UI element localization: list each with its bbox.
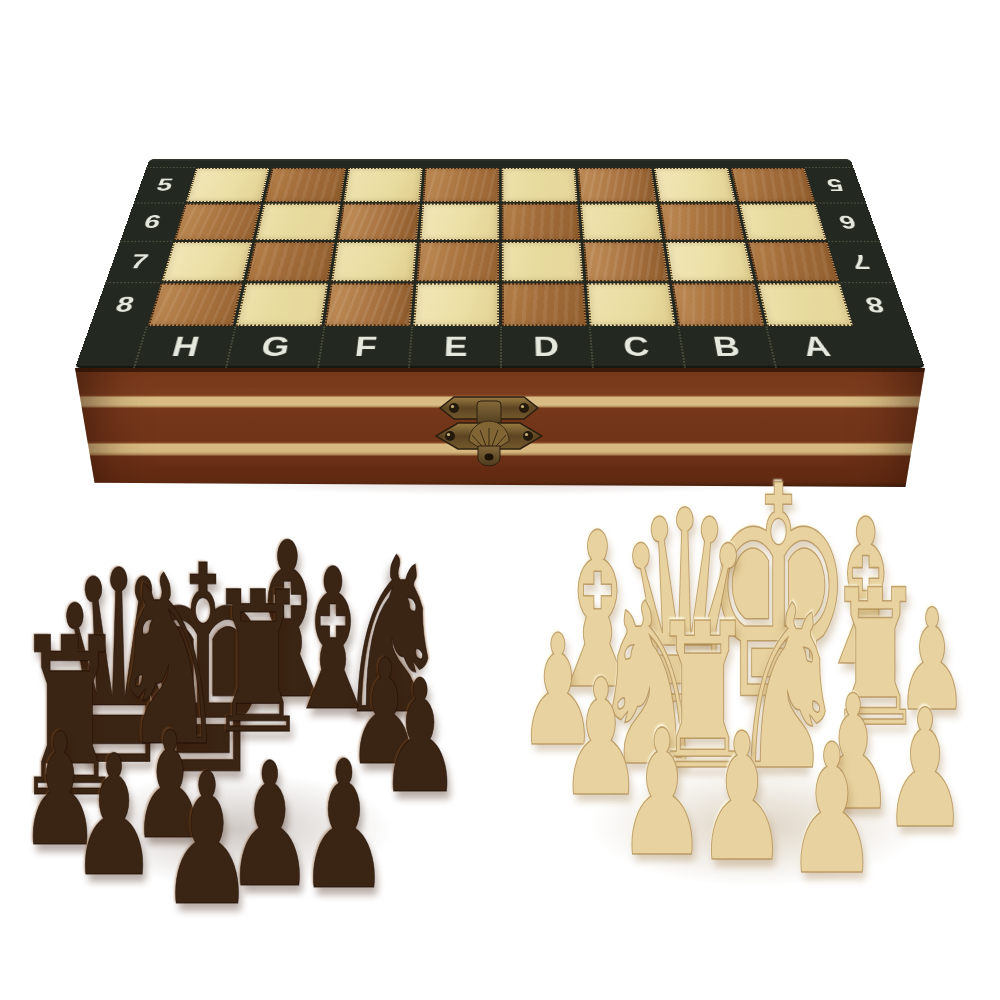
dark-pawn: ♟ xyxy=(293,738,395,915)
pieces-layer: ♝♝♛♚♞♜♞♟♟♜♟♟♟♟♟♟♝♝♟♚♛♜♟♞♜♞♟♟♟♟♟♟ xyxy=(0,0,1000,1000)
light-pawn: ♟ xyxy=(878,688,973,852)
light-pawn: ♟ xyxy=(691,710,793,887)
light-pawn: ♟ xyxy=(780,721,884,900)
product-photo-scene: 55667788HGFEDCBA ♝♝♛♚♞♜♞♟♟♜♟♟♟♟♟♟♝♝ xyxy=(0,0,1000,1000)
dark-pawn: ♟ xyxy=(155,750,260,932)
dark-pawn: ♟ xyxy=(66,734,162,900)
